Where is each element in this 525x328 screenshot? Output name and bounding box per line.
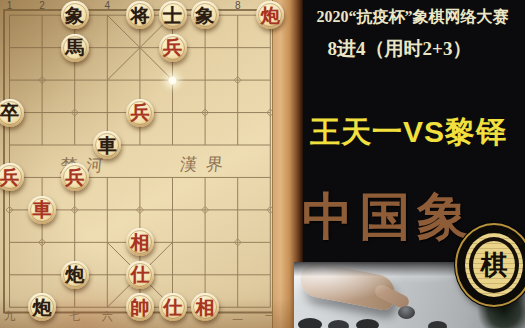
info-panel: 2020“抗疫杯”象棋网络大赛 8进4（用时2+3） 王天一VS黎铎 中国象 棋	[302, 0, 525, 328]
piece-character: 相	[130, 233, 149, 252]
column-label-top: 4	[97, 0, 117, 11]
piece-character: 帥	[130, 298, 149, 317]
piece-character: 将	[130, 6, 149, 25]
column-label-bottom: 九	[0, 309, 20, 324]
piece-red-soldier[interactable]: 兵	[159, 34, 187, 62]
piece-character: 兵	[163, 38, 182, 57]
piece-character: 象	[196, 6, 215, 25]
seal-disc: 棋	[465, 233, 523, 297]
calligraphy-character: 象	[417, 188, 468, 248]
piece-black-elephant[interactable]: 象	[61, 1, 89, 29]
piece-red-elephant[interactable]: 相	[191, 293, 219, 321]
piece-red-soldier[interactable]: 兵	[61, 163, 89, 191]
river-label-han: 漢界	[179, 153, 233, 176]
piece-character: 炮	[65, 265, 84, 284]
broadcast-frame: 123456789 九八七六五四三二一 楚河 漢界 象将士象炮馬兵卒兵車兵兵車相…	[0, 0, 525, 328]
players-matchup: 王天一VS黎铎	[302, 112, 515, 153]
piece-black-advisor[interactable]: 士	[159, 1, 187, 29]
piece-red-advisor[interactable]: 仕	[159, 293, 187, 321]
round-info: 8进4（用时2+3）	[302, 36, 497, 62]
xiangqi-board[interactable]: 123456789 九八七六五四三二一 楚河 漢界 象将士象炮馬兵卒兵車兵兵車相…	[0, 0, 302, 328]
piece-character: 象	[65, 6, 84, 25]
piece-character: 車	[98, 136, 117, 155]
piece-black-cannon[interactable]: 炮	[61, 261, 89, 289]
piece-character: 相	[196, 298, 215, 317]
piece-character: 炮	[261, 6, 280, 25]
piece-character: 仕	[130, 265, 149, 284]
piece-character: 車	[33, 200, 52, 219]
column-label-top: 2	[32, 0, 52, 11]
column-label-top: 1	[0, 0, 20, 11]
column-label-bottom: 七	[65, 309, 85, 324]
piece-character: 兵	[130, 103, 149, 122]
piece-red-general[interactable]: 帥	[126, 293, 154, 321]
piece-black-general[interactable]: 将	[126, 1, 154, 29]
piece-character: 兵	[0, 168, 19, 187]
tournament-title: 2020“抗疫杯”象棋网络大赛	[302, 7, 523, 28]
piece-black-cannon[interactable]: 炮	[28, 293, 56, 321]
piece-character: 卒	[0, 103, 19, 122]
last-move-marker	[168, 76, 177, 85]
piece-black-elephant[interactable]: 象	[191, 1, 219, 29]
piece-character: 馬	[65, 38, 84, 57]
calligraphy-character: 中	[302, 188, 353, 248]
piece-black-soldier[interactable]: 卒	[0, 99, 24, 127]
piece-character: 兵	[65, 168, 84, 187]
chess-seal-emblem: 棋	[455, 223, 525, 307]
piece-red-advisor[interactable]: 仕	[126, 261, 154, 289]
piece-character: 士	[163, 6, 182, 25]
piece-red-soldier[interactable]: 兵	[126, 99, 154, 127]
column-label-top: 8	[228, 0, 248, 11]
piece-character: 炮	[33, 298, 52, 317]
seal-character: 棋	[481, 252, 508, 279]
calligraphy-title: 中国象	[302, 188, 468, 248]
calligraphy-character: 国	[360, 188, 411, 248]
piece-red-chariot[interactable]: 車	[28, 196, 56, 224]
piece-character: 仕	[163, 298, 182, 317]
column-label-bottom: 二	[228, 309, 248, 324]
column-label-bottom: 六	[97, 309, 117, 324]
piece-black-horse[interactable]: 馬	[61, 34, 89, 62]
seal-brush-ring: 棋	[469, 237, 519, 293]
